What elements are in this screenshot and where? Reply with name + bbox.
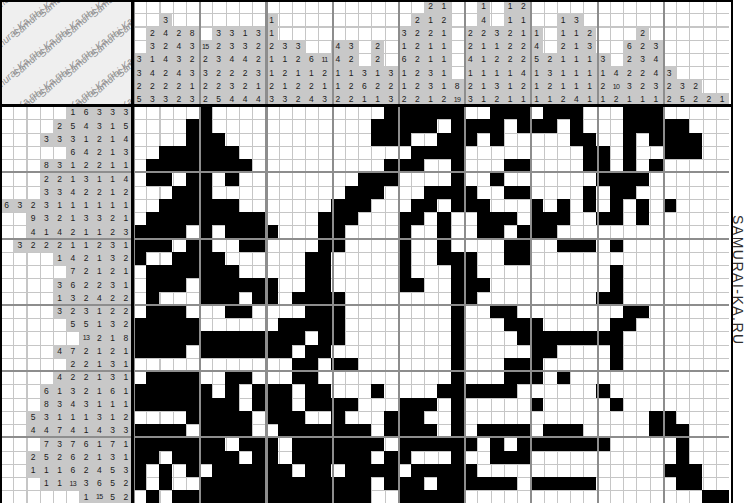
grid-cell-r12-c5-filled[interactable]	[186, 252, 199, 265]
grid-cell-r22-c14-filled[interactable]	[305, 384, 318, 397]
grid-cell-r27-c17-filled[interactable]	[345, 451, 358, 464]
grid-cell-r3-c24-filled[interactable]	[437, 133, 450, 146]
grid-cell-r19-c11-filled[interactable]	[265, 345, 278, 358]
grid-cell-r5-c2-filled[interactable]	[146, 159, 159, 172]
grid-cell-r4-c25-filled[interactable]	[451, 146, 464, 159]
grid-cell-r13-c21-filled[interactable]	[398, 265, 411, 278]
grid-cell-r9-c3-filled[interactable]	[159, 212, 172, 225]
grid-cell-r11-c10-filled[interactable]	[252, 239, 265, 252]
grid-cell-r4-c43-filled[interactable]	[689, 146, 702, 159]
grid-cell-r25-c6-filled[interactable]	[199, 424, 212, 437]
grid-cell-r25-c2-filled[interactable]	[146, 424, 159, 437]
grid-cell-r20-c31-filled[interactable]	[530, 358, 543, 371]
grid-cell-r7-c25-filled[interactable]	[451, 186, 464, 199]
grid-cell-r21-c31-filled[interactable]	[530, 371, 543, 384]
grid-cell-r29-c16-filled[interactable]	[331, 477, 344, 490]
grid-cell-r9-c22-filled[interactable]	[411, 212, 424, 225]
grid-cell-r24-c40-filled[interactable]	[649, 411, 662, 424]
grid-cell-r24-c22-filled[interactable]	[411, 411, 424, 424]
grid-cell-r24-c41-filled[interactable]	[663, 411, 676, 424]
grid-cell-r14-c25-filled[interactable]	[451, 278, 464, 291]
grid-cell-r10-c11-filled[interactable]	[265, 225, 278, 238]
grid-cell-r26-c28-filled[interactable]	[490, 437, 503, 450]
grid-cell-r27-c21-filled[interactable]	[398, 451, 411, 464]
grid-cell-r9-c36-filled[interactable]	[596, 212, 609, 225]
grid-cell-r20-c30-filled[interactable]	[517, 358, 530, 371]
grid-cell-r19-c15-filled[interactable]	[318, 345, 331, 358]
grid-cell-r8-c3-filled[interactable]	[159, 199, 172, 212]
grid-cell-r30-c12-filled[interactable]	[278, 490, 291, 503]
grid-cell-r24-c6-filled[interactable]	[199, 411, 212, 424]
grid-cell-r28-c25-filled[interactable]	[451, 464, 464, 477]
grid-cell-r23-c22-filled[interactable]	[411, 398, 424, 411]
grid-cell-r5-c20-filled[interactable]	[384, 159, 397, 172]
grid-cell-r25-c34-filled[interactable]	[570, 424, 583, 437]
grid-cell-r18-c12-filled[interactable]	[278, 331, 291, 344]
grid-cell-r5-c8-filled[interactable]	[225, 159, 238, 172]
grid-cell-r29-c27-filled[interactable]	[477, 477, 490, 490]
grid-cell-r3-c7-filled[interactable]	[212, 133, 225, 146]
grid-cell-r3-c5-filled[interactable]	[186, 133, 199, 146]
grid-cell-r11-c3-filled[interactable]	[159, 239, 172, 252]
grid-cell-r29-c8-filled[interactable]	[225, 477, 238, 490]
grid-cell-r27-c5-filled[interactable]	[186, 451, 199, 464]
grid-cell-r14-c2-filled[interactable]	[146, 278, 159, 291]
grid-cell-r16-c28-filled[interactable]	[490, 305, 503, 318]
grid-cell-r16-c15-filled[interactable]	[318, 305, 331, 318]
grid-cell-r26-c13-filled[interactable]	[292, 437, 305, 450]
grid-cell-r8-c8-filled[interactable]	[225, 199, 238, 212]
grid-cell-r29-c28-filled[interactable]	[490, 477, 503, 490]
grid-cell-r23-c25-filled[interactable]	[451, 398, 464, 411]
grid-cell-r10-c2-filled[interactable]	[146, 225, 159, 238]
grid-cell-r19-c8-filled[interactable]	[225, 345, 238, 358]
grid-cell-r7-c18-filled[interactable]	[358, 186, 371, 199]
grid-cell-r29-c18-filled[interactable]	[358, 477, 371, 490]
grid-cell-r29-c35-filled[interactable]	[583, 477, 596, 490]
grid-cell-r18-c7-filled[interactable]	[212, 331, 225, 344]
grid-cell-r29-c11-filled[interactable]	[265, 477, 278, 490]
grid-cell-r1-c28-filled[interactable]	[490, 106, 503, 119]
grid-cell-r24-c9-filled[interactable]	[239, 411, 252, 424]
grid-cell-r29-c34-filled[interactable]	[570, 477, 583, 490]
grid-cell-r26-c4-filled[interactable]	[172, 437, 185, 450]
grid-cell-r7-c30-filled[interactable]	[517, 186, 530, 199]
grid-cell-r6-c37-filled[interactable]	[610, 172, 623, 185]
grid-cell-r7-c26-filled[interactable]	[464, 186, 477, 199]
grid-cell-r8-c22-filled[interactable]	[411, 199, 424, 212]
grid-cell-r6-c20-filled[interactable]	[384, 172, 397, 185]
grid-cell-r2-c40-filled[interactable]	[649, 119, 662, 132]
grid-cell-r26-c3-filled[interactable]	[159, 437, 172, 450]
grid-cell-r8-c23-filled[interactable]	[424, 199, 437, 212]
grid-cell-r11-c15-filled[interactable]	[318, 239, 331, 252]
grid-cell-r23-c7-filled[interactable]	[212, 398, 225, 411]
grid-cell-r24-c12-filled[interactable]	[278, 411, 291, 424]
grid-cell-r30-c8-filled[interactable]	[225, 490, 238, 503]
grid-cell-r27-c1-filled[interactable]	[133, 451, 146, 464]
grid-cell-r2-c31-filled[interactable]	[530, 119, 543, 132]
grid-cell-r25-c8-filled[interactable]	[225, 424, 238, 437]
grid-cell-r8-c7-filled[interactable]	[212, 199, 225, 212]
grid-cell-r19-c37-filled[interactable]	[610, 345, 623, 358]
grid-cell-r1-c34-filled[interactable]	[570, 106, 583, 119]
grid-cell-r11-c30-filled[interactable]	[517, 239, 530, 252]
grid-cell-r5-c40-filled[interactable]	[649, 159, 662, 172]
grid-cell-r21-c25-filled[interactable]	[451, 371, 464, 384]
grid-cell-r26-c26-filled[interactable]	[464, 437, 477, 450]
grid-cell-r5-c4-filled[interactable]	[172, 159, 185, 172]
grid-cell-r15-c26-filled[interactable]	[464, 292, 477, 305]
grid-cell-r4-c5-filled[interactable]	[186, 146, 199, 159]
grid-cell-r19-c6-filled[interactable]	[199, 345, 212, 358]
grid-cell-r24-c25-filled[interactable]	[451, 411, 464, 424]
grid-cell-r1-c32-filled[interactable]	[543, 106, 556, 119]
grid-cell-r14-c7-filled[interactable]	[212, 278, 225, 291]
grid-cell-r29-c12-filled[interactable]	[278, 477, 291, 490]
grid-cell-r6-c8-filled[interactable]	[225, 172, 238, 185]
grid-cell-r30-c22-filled[interactable]	[411, 490, 424, 503]
grid-cell-r29-c33-filled[interactable]	[557, 477, 570, 490]
grid-cell-r26-c11-filled[interactable]	[265, 437, 278, 450]
grid-cell-r9-c15-filled[interactable]	[318, 212, 331, 225]
grid-cell-r25-c29-filled[interactable]	[504, 424, 517, 437]
grid-cell-r2-c39-filled[interactable]	[636, 119, 649, 132]
grid-cell-r19-c14-filled[interactable]	[305, 345, 318, 358]
grid-cell-r9-c37-filled[interactable]	[610, 212, 623, 225]
grid-cell-r10-c6-filled[interactable]	[199, 225, 212, 238]
grid-cell-r28-c23-filled[interactable]	[424, 464, 437, 477]
grid-cell-r28-c7-filled[interactable]	[212, 464, 225, 477]
grid-cell-r21-c8-filled[interactable]	[225, 371, 238, 384]
grid-cell-r19-c25-filled[interactable]	[451, 345, 464, 358]
grid-cell-r26-c32-filled[interactable]	[543, 437, 556, 450]
grid-cell-r27-c13-filled[interactable]	[292, 451, 305, 464]
grid-cell-r25-c23-filled[interactable]	[424, 424, 437, 437]
grid-cell-r21-c14-filled[interactable]	[305, 371, 318, 384]
grid-cell-r26-c2-filled[interactable]	[146, 437, 159, 450]
grid-cell-r5-c25-filled[interactable]	[451, 159, 464, 172]
grid-cell-r15-c2-filled[interactable]	[146, 292, 159, 305]
grid-cell-r11-c1-filled[interactable]	[133, 239, 146, 252]
grid-cell-r1-c39-filled[interactable]	[636, 106, 649, 119]
grid-cell-r22-c15-filled[interactable]	[318, 384, 331, 397]
grid-cell-r21-c33-filled[interactable]	[557, 371, 570, 384]
grid-cell-r9-c33-filled[interactable]	[557, 212, 570, 225]
grid-cell-r25-c28-filled[interactable]	[490, 424, 503, 437]
grid-cell-r7-c6-filled[interactable]	[199, 186, 212, 199]
grid-cell-r26-c1-filled[interactable]	[133, 437, 146, 450]
grid-cell-r1-c21-filled[interactable]	[398, 106, 411, 119]
grid-cell-r12-c21-filled[interactable]	[398, 252, 411, 265]
grid-cell-r20-c13-filled[interactable]	[292, 358, 305, 371]
grid-cell-r23-c14-filled[interactable]	[305, 398, 318, 411]
grid-cell-r8-c16-filled[interactable]	[331, 199, 344, 212]
grid-cell-r22-c12-filled[interactable]	[278, 384, 291, 397]
grid-cell-r8-c18-filled[interactable]	[358, 199, 371, 212]
grid-cell-r20-c14-filled[interactable]	[305, 358, 318, 371]
grid-cell-r30-c11-filled[interactable]	[265, 490, 278, 503]
grid-cell-r15-c11-filled[interactable]	[265, 292, 278, 305]
grid-cell-r16-c25-filled[interactable]	[451, 305, 464, 318]
grid-cell-r9-c31-filled[interactable]	[530, 212, 543, 225]
grid-cell-r17-c12-filled[interactable]	[278, 318, 291, 331]
grid-cell-r25-c15-filled[interactable]	[318, 424, 331, 437]
grid-cell-r14-c8-filled[interactable]	[225, 278, 238, 291]
grid-cell-r28-c15-filled[interactable]	[318, 464, 331, 477]
grid-cell-r21-c29-filled[interactable]	[504, 371, 517, 384]
grid-cell-r12-c6-filled[interactable]	[199, 252, 212, 265]
grid-cell-r15-c25-filled[interactable]	[451, 292, 464, 305]
grid-cell-r14-c37-filled[interactable]	[610, 278, 623, 291]
grid-cell-r22-c36-filled[interactable]	[596, 384, 609, 397]
grid-cell-r29-c26-filled[interactable]	[464, 477, 477, 490]
grid-cell-r1-c33-filled[interactable]	[557, 106, 570, 119]
grid-cell-r3-c25-filled[interactable]	[451, 133, 464, 146]
grid-cell-r27-c2-filled[interactable]	[146, 451, 159, 464]
grid-cell-r30-c9-filled[interactable]	[239, 490, 252, 503]
grid-cell-r23-c6-filled[interactable]	[199, 398, 212, 411]
grid-cell-r19-c9-filled[interactable]	[239, 345, 252, 358]
grid-cell-r26-c22-filled[interactable]	[411, 437, 424, 450]
grid-cell-r3-c26-filled[interactable]	[464, 133, 477, 146]
grid-cell-r26-c16-filled[interactable]	[331, 437, 344, 450]
grid-cell-r17-c16-filled[interactable]	[331, 318, 344, 331]
grid-cell-r28-c11-filled[interactable]	[265, 464, 278, 477]
grid-cell-r22-c2-filled[interactable]	[146, 384, 159, 397]
grid-cell-r2-c23-filled[interactable]	[424, 119, 437, 132]
grid-cell-r14-c4-filled[interactable]	[172, 278, 185, 291]
grid-cell-r24-c13-filled[interactable]	[292, 411, 305, 424]
grid-cell-r6-c6-filled[interactable]	[199, 172, 212, 185]
grid-cell-r18-c35-filled[interactable]	[583, 331, 596, 344]
grid-cell-r28-c5-filled[interactable]	[186, 464, 199, 477]
grid-cell-r11-c24-filled[interactable]	[437, 239, 450, 252]
grid-cell-r16-c29-filled[interactable]	[504, 305, 517, 318]
grid-cell-r26-c9-filled[interactable]	[239, 437, 252, 450]
grid-cell-r13-c5-filled[interactable]	[186, 265, 199, 278]
grid-cell-r8-c27-filled[interactable]	[477, 199, 490, 212]
grid-cell-r16-c8-filled[interactable]	[225, 305, 238, 318]
grid-cell-r14-c3-filled[interactable]	[159, 278, 172, 291]
grid-cell-r26-c5-filled[interactable]	[186, 437, 199, 450]
grid-cell-r30-c10-filled[interactable]	[252, 490, 265, 503]
grid-cell-r25-c32-filled[interactable]	[543, 424, 556, 437]
grid-cell-r27-c11-filled[interactable]	[265, 451, 278, 464]
grid-cell-r27-c15-filled[interactable]	[318, 451, 331, 464]
grid-cell-r19-c2-filled[interactable]	[146, 345, 159, 358]
grid-cell-r3-c21-filled[interactable]	[398, 133, 411, 146]
grid-cell-r5-c5-filled[interactable]	[186, 159, 199, 172]
grid-cell-r26-c6-filled[interactable]	[199, 437, 212, 450]
grid-cell-r3-c6-filled[interactable]	[199, 133, 212, 146]
grid-cell-r2-c41-filled[interactable]	[663, 119, 676, 132]
grid-cell-r14-c11-filled[interactable]	[265, 278, 278, 291]
grid-cell-r25-c13-filled[interactable]	[292, 424, 305, 437]
grid-cell-r1-c25-filled[interactable]	[451, 106, 464, 119]
grid-cell-r18-c4-filled[interactable]	[172, 331, 185, 344]
grid-cell-r26-c30-filled[interactable]	[517, 437, 530, 450]
grid-cell-r8-c35-filled[interactable]	[583, 199, 596, 212]
grid-cell-r12-c24-filled[interactable]	[437, 252, 450, 265]
grid-cell-r29-c22-filled[interactable]	[411, 477, 424, 490]
grid-cell-r19-c12-filled[interactable]	[278, 345, 291, 358]
grid-cell-r9-c27-filled[interactable]	[477, 212, 490, 225]
grid-cell-r9-c2-filled[interactable]	[146, 212, 159, 225]
grid-cell-r15-c37-filled[interactable]	[610, 292, 623, 305]
grid-cell-r1-c30-filled[interactable]	[517, 106, 530, 119]
grid-cell-r2-c38-filled[interactable]	[623, 119, 636, 132]
grid-cell-r10-c1-filled[interactable]	[133, 225, 146, 238]
grid-cell-r26-c36-filled[interactable]	[596, 437, 609, 450]
grid-cell-r21-c3-filled[interactable]	[159, 371, 172, 384]
grid-cell-r4-c36-filled[interactable]	[596, 146, 609, 159]
grid-cell-r22-c28-filled[interactable]	[490, 384, 503, 397]
grid-cell-r1-c24-filled[interactable]	[437, 106, 450, 119]
grid-cell-r27-c25-filled[interactable]	[451, 451, 464, 464]
grid-cell-r21-c4-filled[interactable]	[172, 371, 185, 384]
grid-cell-r28-c17-filled[interactable]	[345, 464, 358, 477]
grid-cell-r23-c15-filled[interactable]	[318, 398, 331, 411]
grid-cell-r30-c2-filled[interactable]	[146, 490, 159, 503]
grid-cell-r30-c21-filled[interactable]	[398, 490, 411, 503]
grid-cell-r18-c6-filled[interactable]	[199, 331, 212, 344]
grid-cell-r9-c9-filled[interactable]	[239, 212, 252, 225]
grid-cell-r26-c42-filled[interactable]	[676, 437, 689, 450]
grid-cell-r9-c29-filled[interactable]	[504, 212, 517, 225]
grid-cell-r9-c10-filled[interactable]	[252, 212, 265, 225]
grid-cell-r24-c16-filled[interactable]	[331, 411, 344, 424]
grid-cell-r22-c25-filled[interactable]	[451, 384, 464, 397]
grid-cell-r16-c9-filled[interactable]	[239, 305, 252, 318]
grid-cell-r7-c5-filled[interactable]	[186, 186, 199, 199]
grid-cell-r15-c6-filled[interactable]	[199, 292, 212, 305]
grid-cell-r20-c37-filled[interactable]	[610, 358, 623, 371]
grid-cell-r2-c34-filled[interactable]	[570, 119, 583, 132]
grid-cell-r28-c3-filled[interactable]	[159, 464, 172, 477]
grid-cell-r3-c35-filled[interactable]	[583, 133, 596, 146]
grid-cell-r10-c32-filled[interactable]	[543, 225, 556, 238]
grid-cell-r5-c9-filled[interactable]	[239, 159, 252, 172]
grid-cell-r28-c22-filled[interactable]	[411, 464, 424, 477]
grid-cell-r15-c14-filled[interactable]	[305, 292, 318, 305]
grid-cell-r17-c3-filled[interactable]	[159, 318, 172, 331]
grid-cell-r24-c20-filled[interactable]	[384, 411, 397, 424]
grid-cell-r18-c30-filled[interactable]	[517, 331, 530, 344]
grid-cell-r17-c13-filled[interactable]	[292, 318, 305, 331]
grid-cell-r22-c10-filled[interactable]	[252, 384, 265, 397]
grid-cell-r29-c32-filled[interactable]	[543, 477, 556, 490]
grid-cell-r22-c19-filled[interactable]	[371, 384, 384, 397]
grid-cell-r12-c26-filled[interactable]	[464, 252, 477, 265]
grid-cell-r11-c5-filled[interactable]	[186, 239, 199, 252]
grid-cell-r13-c25-filled[interactable]	[451, 265, 464, 278]
grid-cell-r29-c6-filled[interactable]	[199, 477, 212, 490]
grid-cell-r30-c23-filled[interactable]	[424, 490, 437, 503]
grid-cell-r16-c2-filled[interactable]	[146, 305, 159, 318]
grid-cell-r9-c24-filled[interactable]	[437, 212, 450, 225]
grid-cell-r16-c16-filled[interactable]	[331, 305, 344, 318]
grid-cell-r17-c2-filled[interactable]	[146, 318, 159, 331]
grid-cell-r30-c13-filled[interactable]	[292, 490, 305, 503]
grid-cell-r23-c11-filled[interactable]	[265, 398, 278, 411]
grid-cell-r12-c1-filled[interactable]	[133, 252, 146, 265]
grid-cell-r6-c3-filled[interactable]	[159, 172, 172, 185]
grid-cell-r5-c30-filled[interactable]	[517, 159, 530, 172]
grid-cell-r23-c5-filled[interactable]	[186, 398, 199, 411]
grid-cell-r22-c27-filled[interactable]	[477, 384, 490, 397]
grid-cell-r29-c21-filled[interactable]	[398, 477, 411, 490]
grid-cell-r2-c28-filled[interactable]	[490, 119, 503, 132]
grid-cell-r25-c25-filled[interactable]	[451, 424, 464, 437]
grid-cell-r29-c7-filled[interactable]	[212, 477, 225, 490]
puzzle-grid[interactable]	[133, 106, 729, 503]
grid-cell-r19-c1-filled[interactable]	[133, 345, 146, 358]
grid-cell-r9-c39-filled[interactable]	[636, 212, 649, 225]
grid-cell-r5-c35-filled[interactable]	[583, 159, 596, 172]
grid-cell-r25-c27-filled[interactable]	[477, 424, 490, 437]
grid-cell-r10-c30-filled[interactable]	[517, 225, 530, 238]
grid-cell-r3-c28-filled[interactable]	[490, 133, 503, 146]
grid-cell-r30-c44-filled[interactable]	[702, 490, 715, 503]
grid-cell-r22-c11-filled[interactable]	[265, 384, 278, 397]
grid-cell-r23-c4-filled[interactable]	[172, 398, 185, 411]
grid-cell-r14-c14-filled[interactable]	[305, 278, 318, 291]
grid-cell-r24-c21-filled[interactable]	[398, 411, 411, 424]
grid-cell-r9-c5-filled[interactable]	[186, 212, 199, 225]
grid-cell-r29-c10-filled[interactable]	[252, 477, 265, 490]
grid-cell-r27-c16-filled[interactable]	[331, 451, 344, 464]
grid-cell-r12-c14-filled[interactable]	[305, 252, 318, 265]
grid-cell-r14-c21-filled[interactable]	[398, 278, 411, 291]
grid-cell-r16-c38-filled[interactable]	[623, 305, 636, 318]
grid-cell-r10-c8-filled[interactable]	[225, 225, 238, 238]
grid-cell-r8-c33-filled[interactable]	[557, 199, 570, 212]
grid-cell-r30-c4-filled[interactable]	[172, 490, 185, 503]
grid-cell-r16-c39-filled[interactable]	[636, 305, 649, 318]
grid-cell-r22-c5-filled[interactable]	[186, 384, 199, 397]
grid-cell-r15-c13-filled[interactable]	[292, 292, 305, 305]
grid-cell-r2-c30-filled[interactable]	[517, 119, 530, 132]
grid-cell-r6-c18-filled[interactable]	[358, 172, 371, 185]
grid-cell-r28-c43-filled[interactable]	[689, 464, 702, 477]
grid-cell-r20-c16-filled[interactable]	[331, 358, 344, 371]
grid-cell-r2-c42-filled[interactable]	[676, 119, 689, 132]
grid-cell-r22-c1-filled[interactable]	[133, 384, 146, 397]
grid-cell-r9-c16-filled[interactable]	[331, 212, 344, 225]
grid-cell-r14-c6-filled[interactable]	[199, 278, 212, 291]
grid-cell-r26-c17-filled[interactable]	[345, 437, 358, 450]
grid-cell-r26-c19-filled[interactable]	[371, 437, 384, 450]
grid-cell-r16-c3-filled[interactable]	[159, 305, 172, 318]
grid-cell-r1-c40-filled[interactable]	[649, 106, 662, 119]
grid-cell-r5-c7-filled[interactable]	[212, 159, 225, 172]
grid-cell-r14-c26-filled[interactable]	[464, 278, 477, 291]
grid-cell-r25-c22-filled[interactable]	[411, 424, 424, 437]
grid-cell-r29-c13-filled[interactable]	[292, 477, 305, 490]
grid-cell-r30-c17-filled[interactable]	[345, 490, 358, 503]
grid-cell-r15-c15-filled[interactable]	[318, 292, 331, 305]
grid-cell-r23-c3-filled[interactable]	[159, 398, 172, 411]
grid-cell-r6-c2-filled[interactable]	[146, 172, 159, 185]
grid-cell-r16-c4-filled[interactable]	[172, 305, 185, 318]
grid-cell-r22-c26-filled[interactable]	[464, 384, 477, 397]
grid-cell-r27-c14-filled[interactable]	[305, 451, 318, 464]
grid-cell-r4-c23-filled[interactable]	[424, 146, 437, 159]
grid-cell-r3-c20-filled[interactable]	[384, 133, 397, 146]
grid-cell-r18-c33-filled[interactable]	[557, 331, 570, 344]
grid-cell-r7-c29-filled[interactable]	[504, 186, 517, 199]
